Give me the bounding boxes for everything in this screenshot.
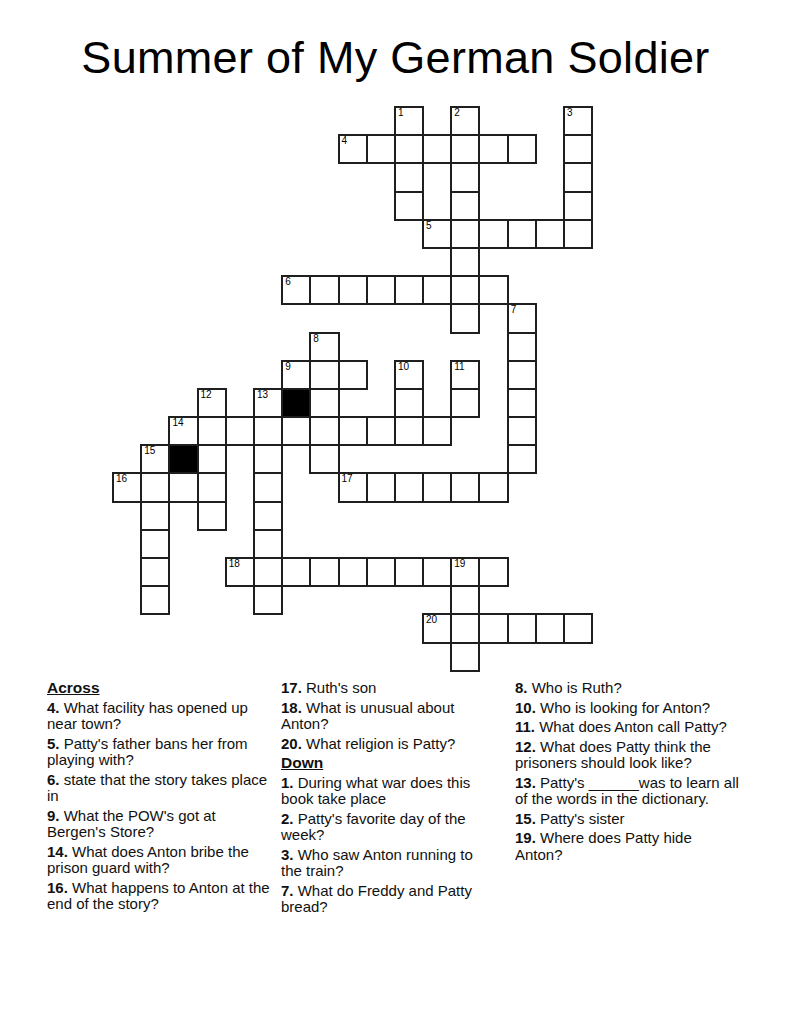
grid-cell[interactable]: 9 xyxy=(281,360,311,390)
grid-cell[interactable] xyxy=(450,275,480,305)
grid-cell[interactable]: 10 xyxy=(394,360,424,390)
cell-number: 14 xyxy=(172,418,183,428)
clue: 6. state that the story takes place in xyxy=(47,772,275,805)
grid-cell[interactable] xyxy=(450,388,480,418)
grid-cell[interactable] xyxy=(535,613,565,643)
cell-number: 11 xyxy=(454,362,464,372)
grid-cell[interactable] xyxy=(197,416,227,446)
grid-cell[interactable]: 4 xyxy=(338,134,368,164)
clue-number: 10. xyxy=(515,699,536,716)
grid-cell[interactable]: 15 xyxy=(140,444,170,474)
clue-column: 8. Who is Ruth?10. Who is looking for An… xyxy=(515,680,739,866)
grid-cell[interactable] xyxy=(197,501,227,531)
grid-cell[interactable] xyxy=(563,219,593,249)
grid-cell[interactable] xyxy=(253,472,283,502)
cell-number: 4 xyxy=(342,136,348,146)
grid-cell[interactable] xyxy=(507,134,537,164)
grid-cell[interactable] xyxy=(450,472,480,502)
clue: 17. Ruth's son xyxy=(281,680,489,697)
grid-cell[interactable] xyxy=(366,134,396,164)
grid-cell[interactable]: 20 xyxy=(422,613,452,643)
grid-cell[interactable]: 2 xyxy=(450,106,480,136)
grid-cell[interactable] xyxy=(281,416,311,446)
grid-cell[interactable]: 14 xyxy=(168,416,198,446)
clue: 14. What does Anton bribe the prison gua… xyxy=(47,844,275,877)
clue: 11. What does Anton call Patty? xyxy=(515,719,739,736)
grid-cell[interactable]: 1 xyxy=(394,106,424,136)
grid-cell[interactable] xyxy=(422,472,452,502)
grid-cell[interactable] xyxy=(450,134,480,164)
grid-cell[interactable] xyxy=(478,557,508,587)
cell-number: 7 xyxy=(511,305,517,315)
grid-cell[interactable] xyxy=(338,360,368,390)
grid-cell[interactable] xyxy=(394,162,424,192)
grid-cell[interactable] xyxy=(563,162,593,192)
clue-number: 7. xyxy=(281,882,294,899)
grid-cell[interactable] xyxy=(338,416,368,446)
clue-number: 3. xyxy=(281,846,294,863)
clue: 2. Patty's favorite day of the week? xyxy=(281,811,489,844)
grid-cell[interactable] xyxy=(422,134,452,164)
grid-cell[interactable]: 18 xyxy=(225,557,255,587)
clue-number: 2. xyxy=(281,810,294,827)
grid-cell[interactable] xyxy=(450,191,480,221)
clue: 7. What do Freddy and Patty bread? xyxy=(281,883,489,916)
crossword-page: Summer of My German Soldier 123456789101… xyxy=(0,0,791,1024)
grid-cell[interactable] xyxy=(309,275,339,305)
grid-cell[interactable] xyxy=(366,472,396,502)
grid-cell[interactable] xyxy=(253,416,283,446)
clue-number: 14. xyxy=(47,843,68,860)
grid-cell[interactable] xyxy=(253,557,283,587)
grid-cell[interactable] xyxy=(535,219,565,249)
grid-cell[interactable] xyxy=(507,332,537,362)
grid-cell[interactable]: 7 xyxy=(507,303,537,333)
clue: 1. During what war does this book take p… xyxy=(281,775,489,808)
grid-cell[interactable] xyxy=(507,219,537,249)
grid-cell[interactable] xyxy=(478,219,508,249)
grid-cell[interactable] xyxy=(450,219,480,249)
grid-cell[interactable] xyxy=(450,613,480,643)
clue-number: 17. xyxy=(281,679,302,696)
grid-cell[interactable] xyxy=(281,557,311,587)
clue: 13. Patty's ______was to learn all of th… xyxy=(515,775,739,808)
grid-cell[interactable]: 5 xyxy=(422,219,452,249)
grid-cell[interactable] xyxy=(507,613,537,643)
clue: 9. What the POW's got at Bergen's Store? xyxy=(47,808,275,841)
clue-list-header: Across xyxy=(47,680,275,697)
grid-cell[interactable] xyxy=(338,557,368,587)
cell-number: 10 xyxy=(398,362,409,372)
grid-cell[interactable] xyxy=(563,191,593,221)
cell-number: 2 xyxy=(454,108,460,118)
cell-number: 19 xyxy=(454,559,465,569)
grid-cell[interactable] xyxy=(253,444,283,474)
clue-number: 1. xyxy=(281,774,294,791)
cell-number: 20 xyxy=(426,615,437,625)
cell-number: 18 xyxy=(229,559,240,569)
grid-cell[interactable] xyxy=(225,416,255,446)
grid-cell[interactable] xyxy=(422,557,452,587)
grid-cell[interactable] xyxy=(168,472,198,502)
clue-number: 20. xyxy=(281,735,302,752)
cell-number: 16 xyxy=(116,474,127,484)
grid-cell[interactable] xyxy=(478,613,508,643)
clue-column: Across4. What facility has opened up nea… xyxy=(47,680,275,916)
clue: 3. Who saw Anton running to the train? xyxy=(281,847,489,880)
grid-cell[interactable] xyxy=(422,275,452,305)
grid-cell[interactable] xyxy=(197,472,227,502)
cell-number: 12 xyxy=(201,390,212,400)
cell-number: 9 xyxy=(285,362,291,372)
clue-number: 16. xyxy=(47,879,68,896)
clue-list-header: Down xyxy=(281,755,489,772)
black-cell xyxy=(281,388,311,418)
grid-cell[interactable] xyxy=(140,585,170,615)
grid-cell[interactable] xyxy=(394,472,424,502)
cell-number: 13 xyxy=(257,390,268,400)
clue: 20. What religion is Patty? xyxy=(281,736,489,753)
cell-number: 6 xyxy=(285,277,291,287)
grid-cell[interactable] xyxy=(140,472,170,502)
grid-cell[interactable] xyxy=(450,247,480,277)
grid-cell[interactable] xyxy=(366,416,396,446)
clue: 10. Who is looking for Anton? xyxy=(515,700,739,717)
grid-cell[interactable] xyxy=(450,303,480,333)
grid-cell[interactable] xyxy=(394,557,424,587)
black-cell xyxy=(168,444,198,474)
clue-column: 17. Ruth's son18. What is unusual about … xyxy=(281,680,489,919)
grid-cell[interactable] xyxy=(478,472,508,502)
grid-cell[interactable] xyxy=(507,388,537,418)
clue-number: 18. xyxy=(281,699,302,716)
clue: 8. Who is Ruth? xyxy=(515,680,739,697)
grid-cell[interactable]: 17 xyxy=(338,472,368,502)
clue-number: 15. xyxy=(515,810,536,827)
grid-cell[interactable] xyxy=(309,416,339,446)
clue-number: 5. xyxy=(47,735,60,752)
clue: 4. What facility has opened up near town… xyxy=(47,700,275,733)
grid-cell[interactable]: 16 xyxy=(112,472,142,502)
clue: 12. What does Patty think the prisoners … xyxy=(515,739,739,772)
cell-number: 15 xyxy=(144,446,155,456)
grid-cell[interactable] xyxy=(394,416,424,446)
clue: 16. What happens to Anton at the end of … xyxy=(47,880,275,913)
grid-cell[interactable]: 13 xyxy=(253,388,283,418)
grid-cell[interactable] xyxy=(309,557,339,587)
grid-cell[interactable]: 12 xyxy=(197,388,227,418)
grid-cell[interactable] xyxy=(507,360,537,390)
grid-cell[interactable] xyxy=(507,416,537,446)
grid-cell[interactable]: 11 xyxy=(450,360,480,390)
clue-number: 8. xyxy=(515,679,528,696)
grid-cell[interactable] xyxy=(309,360,339,390)
grid-cell[interactable] xyxy=(394,134,424,164)
grid-cell[interactable]: 8 xyxy=(309,332,339,362)
clue: 19. Where does Patty hide Anton? xyxy=(515,830,739,863)
clue-number: 4. xyxy=(47,699,60,716)
grid-cell[interactable] xyxy=(309,444,339,474)
grid-cell[interactable] xyxy=(394,388,424,418)
puzzle-title: Summer of My German Soldier xyxy=(0,35,791,80)
clue-number: 11. xyxy=(515,718,535,735)
grid-cell[interactable] xyxy=(394,191,424,221)
clue-number: 9. xyxy=(47,807,60,824)
grid-cell[interactable] xyxy=(253,585,283,615)
grid-cell[interactable] xyxy=(309,388,339,418)
grid-cell[interactable] xyxy=(140,501,170,531)
grid-cell[interactable] xyxy=(478,275,508,305)
cell-number: 8 xyxy=(313,334,319,344)
grid-cell[interactable]: 6 xyxy=(281,275,311,305)
clue-number: 6. xyxy=(47,771,60,788)
grid-cell[interactable] xyxy=(253,529,283,559)
grid-cell[interactable] xyxy=(366,557,396,587)
crossword-grid: 1234567891011121314151617181920 xyxy=(113,107,592,671)
grid-cell[interactable] xyxy=(507,444,537,474)
grid-cell[interactable] xyxy=(478,134,508,164)
clue-number: 13. xyxy=(515,774,536,791)
grid-cell[interactable] xyxy=(563,134,593,164)
clue: 18. What is unusual about Anton? xyxy=(281,700,489,733)
clue-number: 19. xyxy=(515,829,536,846)
clue-number: 12. xyxy=(515,738,536,755)
grid-cell[interactable] xyxy=(450,162,480,192)
cell-number: 1 xyxy=(398,108,404,118)
clue: 5. Patty's father bans her from playing … xyxy=(47,736,275,769)
clue: 15. Patty's sister xyxy=(515,811,739,828)
cell-number: 17 xyxy=(342,474,353,484)
grid-cell[interactable] xyxy=(140,557,170,587)
grid-cell[interactable] xyxy=(450,585,480,615)
grid-cell[interactable] xyxy=(394,275,424,305)
grid-cell[interactable] xyxy=(450,642,480,672)
grid-cell[interactable] xyxy=(563,613,593,643)
cell-number: 3 xyxy=(567,108,573,118)
grid-cell[interactable] xyxy=(140,529,170,559)
cell-number: 5 xyxy=(426,221,432,231)
grid-cell[interactable]: 19 xyxy=(450,557,480,587)
grid-cell[interactable] xyxy=(366,275,396,305)
grid-cell[interactable]: 3 xyxy=(563,106,593,136)
grid-cell[interactable] xyxy=(197,444,227,474)
grid-cell[interactable] xyxy=(422,416,452,446)
grid-cell[interactable] xyxy=(338,275,368,305)
grid-cell[interactable] xyxy=(253,501,283,531)
